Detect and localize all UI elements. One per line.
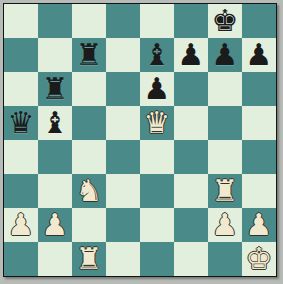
square-f7[interactable]: ♟	[174, 38, 208, 72]
square-b2[interactable]: ♟	[38, 208, 72, 242]
square-c7[interactable]: ♜	[72, 38, 106, 72]
chess-board-frame: ♚♜♝♟♟♟♜♟♛♝♛♞♜♟♟♟♟♜♚	[0, 0, 283, 284]
square-h1[interactable]: ♚	[242, 242, 276, 276]
square-g6[interactable]	[208, 72, 242, 106]
white-king[interactable]: ♚	[246, 242, 273, 276]
square-b3[interactable]	[38, 174, 72, 208]
black-rook[interactable]: ♜	[42, 72, 69, 106]
black-pawn[interactable]: ♟	[178, 38, 205, 72]
square-g8[interactable]: ♚	[208, 4, 242, 38]
square-g1[interactable]	[208, 242, 242, 276]
square-d4[interactable]	[106, 140, 140, 174]
black-queen[interactable]: ♛	[8, 106, 35, 140]
square-c6[interactable]	[72, 72, 106, 106]
square-h2[interactable]: ♟	[242, 208, 276, 242]
square-g3[interactable]: ♜	[208, 174, 242, 208]
square-d2[interactable]	[106, 208, 140, 242]
square-d7[interactable]	[106, 38, 140, 72]
square-a8[interactable]	[4, 4, 38, 38]
square-f1[interactable]	[174, 242, 208, 276]
square-c8[interactable]	[72, 4, 106, 38]
square-d3[interactable]	[106, 174, 140, 208]
black-pawn[interactable]: ♟	[246, 38, 273, 72]
black-rook[interactable]: ♜	[76, 38, 103, 72]
square-c2[interactable]	[72, 208, 106, 242]
white-rook[interactable]: ♜	[212, 174, 239, 208]
square-h6[interactable]	[242, 72, 276, 106]
square-h5[interactable]	[242, 106, 276, 140]
square-c5[interactable]	[72, 106, 106, 140]
white-pawn[interactable]: ♟	[8, 208, 35, 242]
black-pawn[interactable]: ♟	[212, 38, 239, 72]
square-d6[interactable]	[106, 72, 140, 106]
square-a3[interactable]	[4, 174, 38, 208]
square-b6[interactable]: ♜	[38, 72, 72, 106]
square-d8[interactable]	[106, 4, 140, 38]
white-pawn[interactable]: ♟	[212, 208, 239, 242]
square-b4[interactable]	[38, 140, 72, 174]
square-g7[interactable]: ♟	[208, 38, 242, 72]
square-f4[interactable]	[174, 140, 208, 174]
square-e6[interactable]: ♟	[140, 72, 174, 106]
square-a5[interactable]: ♛	[4, 106, 38, 140]
square-b1[interactable]	[38, 242, 72, 276]
white-queen[interactable]: ♛	[144, 106, 171, 140]
square-c4[interactable]	[72, 140, 106, 174]
square-g5[interactable]	[208, 106, 242, 140]
square-h3[interactable]	[242, 174, 276, 208]
square-f6[interactable]	[174, 72, 208, 106]
square-h8[interactable]	[242, 4, 276, 38]
square-f3[interactable]	[174, 174, 208, 208]
square-a1[interactable]	[4, 242, 38, 276]
black-bishop[interactable]: ♝	[144, 38, 171, 72]
square-b7[interactable]	[38, 38, 72, 72]
square-b8[interactable]	[38, 4, 72, 38]
square-e4[interactable]	[140, 140, 174, 174]
square-a7[interactable]	[4, 38, 38, 72]
square-e5[interactable]: ♛	[140, 106, 174, 140]
square-f8[interactable]	[174, 4, 208, 38]
square-f5[interactable]	[174, 106, 208, 140]
square-g2[interactable]: ♟	[208, 208, 242, 242]
square-c1[interactable]: ♜	[72, 242, 106, 276]
black-king[interactable]: ♚	[212, 4, 239, 38]
square-e7[interactable]: ♝	[140, 38, 174, 72]
square-a4[interactable]	[4, 140, 38, 174]
square-d5[interactable]	[106, 106, 140, 140]
square-b5[interactable]: ♝	[38, 106, 72, 140]
square-h4[interactable]	[242, 140, 276, 174]
chess-board: ♚♜♝♟♟♟♜♟♛♝♛♞♜♟♟♟♟♜♚	[3, 3, 277, 277]
square-e3[interactable]	[140, 174, 174, 208]
square-a2[interactable]: ♟	[4, 208, 38, 242]
white-pawn[interactable]: ♟	[42, 208, 69, 242]
white-knight[interactable]: ♞	[76, 174, 103, 208]
black-pawn[interactable]: ♟	[144, 72, 171, 106]
square-g4[interactable]	[208, 140, 242, 174]
white-rook[interactable]: ♜	[76, 242, 103, 276]
square-e2[interactable]	[140, 208, 174, 242]
square-c3[interactable]: ♞	[72, 174, 106, 208]
square-e8[interactable]	[140, 4, 174, 38]
square-f2[interactable]	[174, 208, 208, 242]
square-h7[interactable]: ♟	[242, 38, 276, 72]
square-e1[interactable]	[140, 242, 174, 276]
black-bishop[interactable]: ♝	[42, 106, 69, 140]
white-pawn[interactable]: ♟	[246, 208, 273, 242]
square-a6[interactable]	[4, 72, 38, 106]
square-d1[interactable]	[106, 242, 140, 276]
